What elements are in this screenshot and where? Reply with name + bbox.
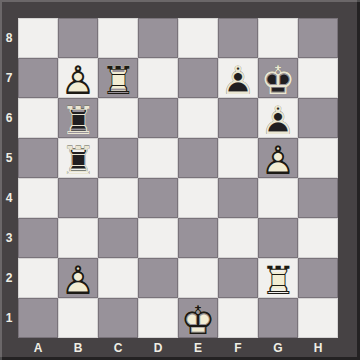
rank-label-8: 8	[0, 18, 18, 58]
white-pawn-fill: ♟	[258, 140, 298, 180]
white-rook[interactable]: ♖	[258, 260, 298, 300]
square-b2[interactable]: ♟♙	[58, 258, 98, 298]
file-labels: ABCDEFGH	[18, 338, 338, 358]
square-a2[interactable]	[18, 258, 58, 298]
square-h7[interactable]	[298, 58, 338, 98]
rank-label-4: 4	[0, 178, 18, 218]
square-f3[interactable]	[218, 218, 258, 258]
square-c4[interactable]	[98, 178, 138, 218]
file-label-c: C	[98, 338, 138, 358]
square-f2[interactable]	[218, 258, 258, 298]
file-label-d: D	[138, 338, 178, 358]
square-d4[interactable]	[138, 178, 178, 218]
square-h4[interactable]	[298, 178, 338, 218]
black-pawn-fill: ♟	[218, 60, 258, 100]
square-c2[interactable]	[98, 258, 138, 298]
black-rook-fill: ♜	[58, 140, 98, 180]
white-pawn-fill: ♟	[58, 260, 98, 300]
file-label-g: G	[258, 338, 298, 358]
square-c6[interactable]	[98, 98, 138, 138]
file-label-a: A	[18, 338, 58, 358]
black-pawn-fill: ♟	[258, 100, 298, 140]
black-rook[interactable]: ♖	[58, 140, 98, 180]
square-b5[interactable]: ♜♖	[58, 138, 98, 178]
white-rook-fill: ♜	[258, 260, 298, 300]
square-e3[interactable]	[178, 218, 218, 258]
file-label-h: H	[298, 338, 338, 358]
rank-label-6: 6	[0, 98, 18, 138]
square-h8[interactable]	[298, 18, 338, 58]
square-g3[interactable]	[258, 218, 298, 258]
square-a5[interactable]	[18, 138, 58, 178]
square-f8[interactable]	[218, 18, 258, 58]
square-g1[interactable]	[258, 298, 298, 338]
black-king-fill: ♚	[258, 60, 298, 100]
rank-label-7: 7	[0, 58, 18, 98]
square-c7[interactable]: ♜♖	[98, 58, 138, 98]
square-e5[interactable]	[178, 138, 218, 178]
square-g2[interactable]: ♜♖	[258, 258, 298, 298]
square-g6[interactable]: ♟♙	[258, 98, 298, 138]
square-a1[interactable]	[18, 298, 58, 338]
square-a4[interactable]	[18, 178, 58, 218]
white-king-fill: ♚	[178, 300, 218, 340]
square-d1[interactable]	[138, 298, 178, 338]
square-f5[interactable]	[218, 138, 258, 178]
square-e4[interactable]	[178, 178, 218, 218]
chessboard-frame: 87654321 ♟♙♜♖♟♙♚♔♜♖♟♙♜♖♟♙♟♙♜♖♚♔ ABCDEFGH	[0, 0, 360, 360]
square-g5[interactable]: ♟♙	[258, 138, 298, 178]
black-pawn[interactable]: ♙	[258, 100, 298, 140]
square-c8[interactable]	[98, 18, 138, 58]
white-pawn[interactable]: ♙	[258, 140, 298, 180]
square-b6[interactable]: ♜♖	[58, 98, 98, 138]
square-e2[interactable]	[178, 258, 218, 298]
square-h6[interactable]	[298, 98, 338, 138]
white-rook-fill: ♜	[98, 60, 138, 100]
square-f6[interactable]	[218, 98, 258, 138]
white-pawn[interactable]: ♙	[58, 260, 98, 300]
square-c3[interactable]	[98, 218, 138, 258]
square-a6[interactable]	[18, 98, 58, 138]
black-rook-fill: ♜	[58, 100, 98, 140]
square-h1[interactable]	[298, 298, 338, 338]
square-e6[interactable]	[178, 98, 218, 138]
square-h5[interactable]	[298, 138, 338, 178]
square-c5[interactable]	[98, 138, 138, 178]
square-d3[interactable]	[138, 218, 178, 258]
square-b8[interactable]	[58, 18, 98, 58]
square-e8[interactable]	[178, 18, 218, 58]
square-b3[interactable]	[58, 218, 98, 258]
square-f7[interactable]: ♟♙	[218, 58, 258, 98]
square-d5[interactable]	[138, 138, 178, 178]
file-label-e: E	[178, 338, 218, 358]
square-g4[interactable]	[258, 178, 298, 218]
square-d8[interactable]	[138, 18, 178, 58]
square-a7[interactable]	[18, 58, 58, 98]
white-king[interactable]: ♔	[178, 300, 218, 340]
rank-label-5: 5	[0, 138, 18, 178]
file-label-f: F	[218, 338, 258, 358]
square-a3[interactable]	[18, 218, 58, 258]
square-h2[interactable]	[298, 258, 338, 298]
white-rook[interactable]: ♖	[98, 60, 138, 100]
square-c1[interactable]	[98, 298, 138, 338]
square-h3[interactable]	[298, 218, 338, 258]
rank-label-3: 3	[0, 218, 18, 258]
square-b7[interactable]: ♟♙	[58, 58, 98, 98]
square-f1[interactable]	[218, 298, 258, 338]
rank-label-2: 2	[0, 258, 18, 298]
square-d6[interactable]	[138, 98, 178, 138]
black-king[interactable]: ♔	[258, 60, 298, 100]
chessboard[interactable]: ♟♙♜♖♟♙♚♔♜♖♟♙♜♖♟♙♟♙♜♖♚♔	[18, 18, 338, 338]
file-label-b: B	[58, 338, 98, 358]
square-e7[interactable]	[178, 58, 218, 98]
square-d7[interactable]	[138, 58, 178, 98]
square-g7[interactable]: ♚♔	[258, 58, 298, 98]
square-a8[interactable]	[18, 18, 58, 58]
square-b1[interactable]	[58, 298, 98, 338]
square-f4[interactable]	[218, 178, 258, 218]
black-rook[interactable]: ♖	[58, 100, 98, 140]
rank-labels: 87654321	[0, 18, 18, 338]
rank-label-1: 1	[0, 298, 18, 338]
white-pawn-fill: ♟	[58, 60, 98, 100]
black-pawn[interactable]: ♙	[218, 60, 258, 100]
square-b4[interactable]	[58, 178, 98, 218]
white-pawn[interactable]: ♙	[58, 60, 98, 100]
square-d2[interactable]	[138, 258, 178, 298]
square-e1[interactable]: ♚♔	[178, 298, 218, 338]
square-g8[interactable]	[258, 18, 298, 58]
